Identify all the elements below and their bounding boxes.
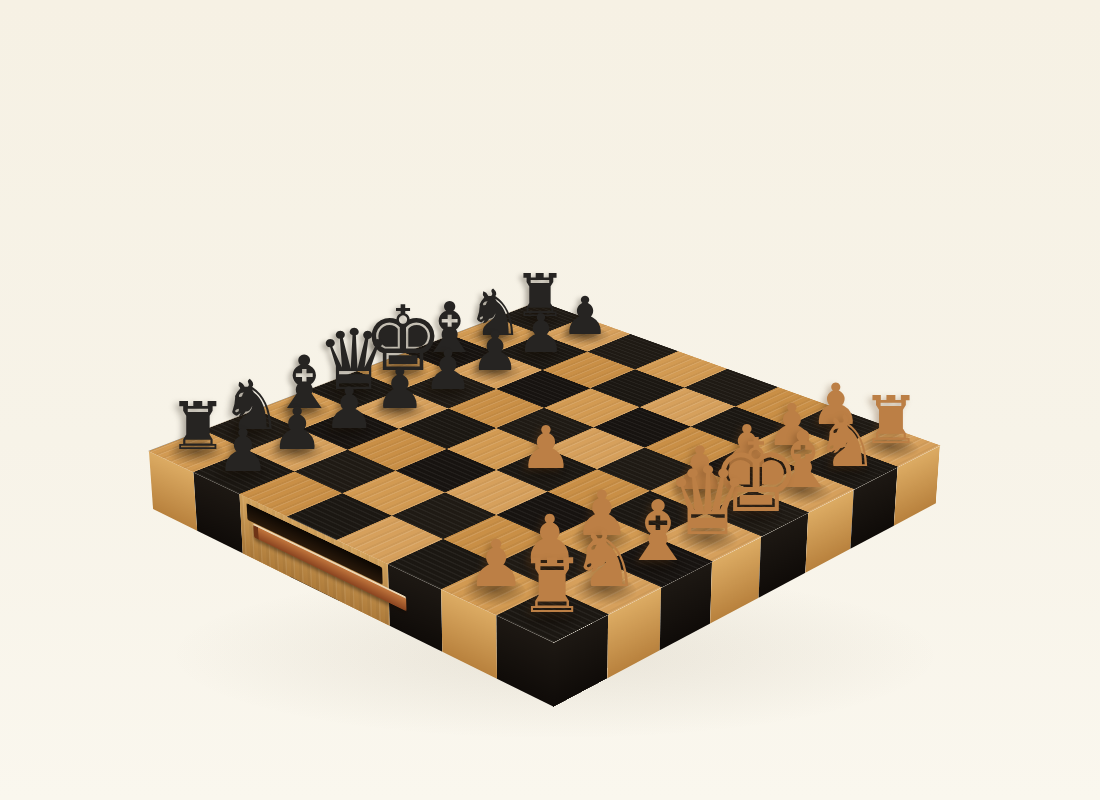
piece-contact-shadow	[559, 522, 644, 561]
square-c3	[496, 492, 600, 539]
square-c5	[395, 449, 496, 492]
square-b2	[496, 538, 604, 588]
square-b6	[294, 450, 395, 493]
piece-contact-shadow	[505, 546, 592, 586]
square-e3	[597, 448, 698, 491]
square-d3	[548, 469, 650, 514]
piece-contact-shadow	[659, 476, 741, 512]
piece-contact-shadow	[707, 454, 788, 489]
board-top-face	[148, 301, 940, 642]
square-c4	[445, 470, 548, 515]
square-b3	[443, 515, 549, 563]
square-d4	[496, 448, 597, 491]
square-f2	[698, 447, 798, 490]
square-b5	[342, 471, 445, 516]
square-d2	[601, 491, 705, 538]
square-b4	[392, 492, 497, 539]
square-e2	[650, 468, 752, 513]
square-c2	[549, 514, 655, 562]
scene	[0, 0, 1100, 800]
piece-contact-shadow	[505, 455, 586, 490]
photo-canvas: ♜♟♞♟♝♟♚♟♛♟♝♟♟♞♜♟♟♜♞♟♟♟♝♟♚♛♟♝♟♞♟♜	[0, 0, 1100, 800]
chess-board	[148, 301, 940, 642]
